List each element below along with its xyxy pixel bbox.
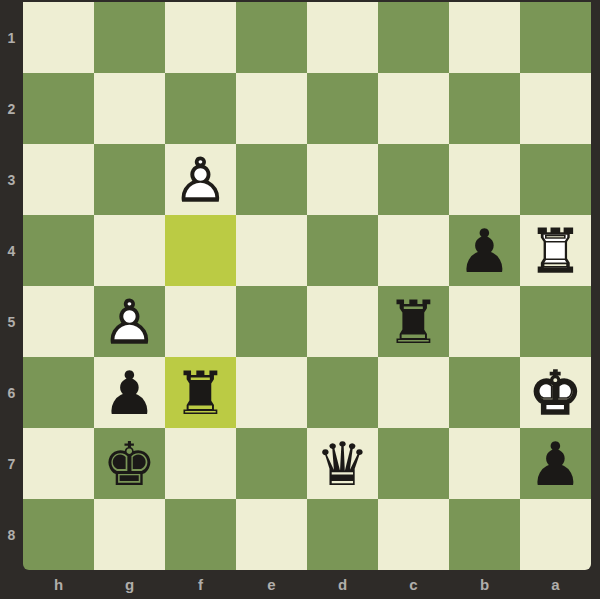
square-c2[interactable]: [378, 73, 449, 144]
square-a6[interactable]: ♚♔: [520, 357, 591, 428]
white-pawn-icon[interactable]: ♟♙: [165, 144, 236, 215]
square-g6[interactable]: ♟: [94, 357, 165, 428]
rank-label-4: 4: [0, 215, 23, 286]
square-g2[interactable]: [94, 73, 165, 144]
file-label-d: d: [307, 570, 378, 599]
black-pawn-icon[interactable]: ♟: [520, 428, 591, 499]
file-coordinates: hgfedcba: [23, 570, 591, 599]
square-a8[interactable]: [520, 499, 591, 570]
square-e6[interactable]: [236, 357, 307, 428]
black-king-icon[interactable]: ♚: [94, 428, 165, 499]
square-h8[interactable]: [23, 499, 94, 570]
square-g7[interactable]: ♚: [94, 428, 165, 499]
file-label-b: b: [449, 570, 520, 599]
square-f6[interactable]: ♜: [165, 357, 236, 428]
square-f4[interactable]: [165, 215, 236, 286]
square-g8[interactable]: [94, 499, 165, 570]
square-d6[interactable]: [307, 357, 378, 428]
square-h2[interactable]: [23, 73, 94, 144]
square-f3[interactable]: ♟♙: [165, 144, 236, 215]
white-king-icon[interactable]: ♚♔: [520, 357, 591, 428]
square-f7[interactable]: [165, 428, 236, 499]
square-c6[interactable]: [378, 357, 449, 428]
square-d1[interactable]: [307, 2, 378, 73]
square-a7[interactable]: ♟: [520, 428, 591, 499]
square-h1[interactable]: [23, 2, 94, 73]
square-e4[interactable]: [236, 215, 307, 286]
rank-label-2: 2: [0, 73, 23, 144]
square-g3[interactable]: [94, 144, 165, 215]
square-b4[interactable]: ♟: [449, 215, 520, 286]
square-e2[interactable]: [236, 73, 307, 144]
square-a4[interactable]: ♜♖: [520, 215, 591, 286]
square-a3[interactable]: [520, 144, 591, 215]
rank-label-5: 5: [0, 286, 23, 357]
square-b6[interactable]: [449, 357, 520, 428]
square-d4[interactable]: [307, 215, 378, 286]
square-h4[interactable]: [23, 215, 94, 286]
square-d3[interactable]: [307, 144, 378, 215]
square-f1[interactable]: [165, 2, 236, 73]
square-g4[interactable]: [94, 215, 165, 286]
black-pawn-icon[interactable]: ♟: [449, 215, 520, 286]
rank-label-1: 1: [0, 2, 23, 73]
square-e8[interactable]: [236, 499, 307, 570]
square-c1[interactable]: [378, 2, 449, 73]
chess-board: ♟♙♟♜♖♟♙♜♟♜♚♔♚♛♟: [23, 2, 591, 570]
square-c8[interactable]: [378, 499, 449, 570]
square-f2[interactable]: [165, 73, 236, 144]
square-b8[interactable]: [449, 499, 520, 570]
square-b7[interactable]: [449, 428, 520, 499]
square-h5[interactable]: [23, 286, 94, 357]
rank-label-8: 8: [0, 499, 23, 570]
square-g5[interactable]: ♟♙: [94, 286, 165, 357]
white-rook-icon[interactable]: ♜♖: [520, 215, 591, 286]
black-rook-icon[interactable]: ♜: [165, 357, 236, 428]
file-label-e: e: [236, 570, 307, 599]
square-c5[interactable]: ♜: [378, 286, 449, 357]
square-e7[interactable]: [236, 428, 307, 499]
square-h6[interactable]: [23, 357, 94, 428]
square-a1[interactable]: [520, 2, 591, 73]
square-h3[interactable]: [23, 144, 94, 215]
rank-label-6: 6: [0, 357, 23, 428]
square-c7[interactable]: [378, 428, 449, 499]
square-f5[interactable]: [165, 286, 236, 357]
square-e1[interactable]: [236, 2, 307, 73]
square-c3[interactable]: [378, 144, 449, 215]
file-label-g: g: [94, 570, 165, 599]
rank-coordinates: 12345678: [0, 2, 23, 570]
file-label-a: a: [520, 570, 591, 599]
white-pawn-icon[interactable]: ♟♙: [94, 286, 165, 357]
square-b1[interactable]: [449, 2, 520, 73]
rank-label-3: 3: [0, 144, 23, 215]
square-b3[interactable]: [449, 144, 520, 215]
square-e5[interactable]: [236, 286, 307, 357]
file-label-c: c: [378, 570, 449, 599]
square-d7[interactable]: ♛: [307, 428, 378, 499]
square-d8[interactable]: [307, 499, 378, 570]
rank-label-7: 7: [0, 428, 23, 499]
square-d5[interactable]: [307, 286, 378, 357]
square-e3[interactable]: [236, 144, 307, 215]
square-b2[interactable]: [449, 73, 520, 144]
black-pawn-icon[interactable]: ♟: [94, 357, 165, 428]
file-label-h: h: [23, 570, 94, 599]
black-queen-icon[interactable]: ♛: [307, 428, 378, 499]
square-g1[interactable]: [94, 2, 165, 73]
square-c4[interactable]: [378, 215, 449, 286]
square-f8[interactable]: [165, 499, 236, 570]
black-rook-icon[interactable]: ♜: [378, 286, 449, 357]
square-a5[interactable]: [520, 286, 591, 357]
square-h7[interactable]: [23, 428, 94, 499]
square-d2[interactable]: [307, 73, 378, 144]
chess-board-frame: 12345678 ♟♙♟♜♖♟♙♜♟♜♚♔♚♛♟ hgfedcba: [0, 0, 600, 599]
square-a2[interactable]: [520, 73, 591, 144]
square-b5[interactable]: [449, 286, 520, 357]
file-label-f: f: [165, 570, 236, 599]
